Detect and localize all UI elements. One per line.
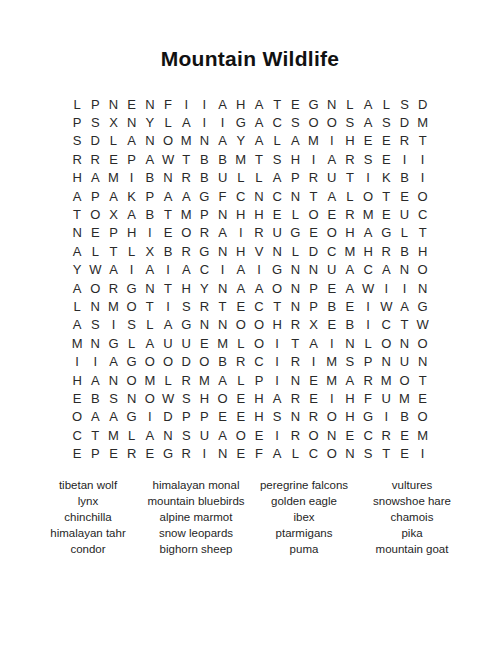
grid-cell-r18c4: G [123,408,141,426]
grid-cell-r5c1: H [68,169,86,187]
grid-cell-r19c19: E [395,426,413,444]
grid-cell-r13c5: L [141,316,159,334]
grid-cell-r19c5: A [141,426,159,444]
grid-cell-r14c14: A [304,334,322,352]
grid-cell-r19c1: C [68,426,86,444]
grid-cell-r7c17: M [359,205,377,223]
grid-cell-r7c16: R [341,205,359,223]
grid-cell-r11c13: N [286,279,304,297]
grid-cell-r9c6: B [159,242,177,260]
grid-cell-r1c20: D [414,95,432,113]
grid-cell-r16c3: N [104,371,122,389]
grid-cell-r2c14: O [304,113,322,131]
grid-cell-r1c13: E [286,95,304,113]
grid-cell-r5c12: A [268,169,286,187]
grid-cell-r15c4: G [123,352,141,370]
word-list-item: mountain bluebirds [142,493,250,509]
grid-cell-r10c17: C [359,261,377,279]
grid-cell-r17c6: W [159,389,177,407]
grid-cell-r19c6: N [159,426,177,444]
grid-cell-r13c15: E [323,316,341,334]
grid-cell-r12c2: N [86,297,104,315]
grid-cell-r9c3: T [104,242,122,260]
grid-cell-r6c20: O [414,187,432,205]
grid-cell-r17c14: E [304,389,322,407]
grid-cell-r2c3: X [104,113,122,131]
grid-cell-r6c5: P [141,187,159,205]
grid-cell-r18c20: O [414,408,432,426]
grid-cell-r17c3: S [104,389,122,407]
grid-cell-r1c7: I [177,95,195,113]
grid-cell-r3c6: O [159,132,177,150]
grid-cell-r5c6: N [159,169,177,187]
grid-cell-r19c15: N [323,426,341,444]
grid-cell-r17c13: R [286,389,304,407]
grid-cell-r16c20: T [414,371,432,389]
grid-cell-r4c2: R [86,150,104,168]
grid-cell-r13c9: N [214,316,232,334]
grid-cell-r12c13: N [286,297,304,315]
grid-cell-r3c16: H [341,132,359,150]
grid-cell-r17c4: N [123,389,141,407]
grid-cell-r20c7: R [177,444,195,462]
grid-cell-r20c17: S [359,444,377,462]
grid-cell-r2c5: Y [141,113,159,131]
grid-cell-r1c3: N [104,95,122,113]
grid-cell-r8c6: E [159,224,177,242]
grid-cell-r3c19: R [395,132,413,150]
grid-cell-r10c3: A [104,261,122,279]
grid-cell-r12c4: O [123,297,141,315]
grid-cell-r7c15: E [323,205,341,223]
grid-cell-r1c17: A [359,95,377,113]
grid-cell-r19c10: O [232,426,250,444]
grid-cell-r2c2: S [86,113,104,131]
grid-cell-r3c17: E [359,132,377,150]
grid-cell-r12c7: S [177,297,195,315]
grid-cell-r18c3: A [104,408,122,426]
grid-cell-r17c7: S [177,389,195,407]
grid-cell-r16c10: L [232,371,250,389]
grid-cell-r10c10: A [232,261,250,279]
word-list-item: himalayan monal [142,477,250,493]
grid-cell-r20c18: T [377,444,395,462]
grid-cell-r12c8: R [195,297,213,315]
word-list-item: lynx [34,493,142,509]
grid-cell-r20c5: E [141,444,159,462]
grid-cell-r8c3: P [104,224,122,242]
grid-cell-r19c20: M [414,426,432,444]
grid-cell-r1c10: H [232,95,250,113]
grid-cell-r19c13: R [286,426,304,444]
grid-cell-r18c19: B [395,408,413,426]
grid-cell-r17c18: U [377,389,395,407]
grid-cell-r10c6: I [159,261,177,279]
word-list-item: condor [34,541,142,557]
grid-cell-r15c5: O [141,352,159,370]
grid-cell-r11c3: R [104,279,122,297]
grid-cell-r19c16: E [341,426,359,444]
word-list-item: pika [358,525,466,541]
grid-cell-r4c14: I [304,150,322,168]
grid-cell-r14c20: O [414,334,432,352]
grid-cell-r12c1: L [68,297,86,315]
grid-cell-r2c4: N [123,113,141,131]
grid-cell-r18c12: S [268,408,286,426]
grid-cell-r3c18: E [377,132,395,150]
grid-cell-r2c7: A [177,113,195,131]
grid-cell-r12c10: E [232,297,250,315]
grid-cell-r20c8: I [195,444,213,462]
grid-cell-r12c12: T [268,297,286,315]
grid-cell-r3c1: S [68,132,86,150]
grid-cell-r16c19: O [395,371,413,389]
grid-cell-r5c14: R [304,169,322,187]
grid-cell-r12c18: W [377,297,395,315]
grid-cell-r15c12: I [268,352,286,370]
grid-cell-r14c15: I [323,334,341,352]
grid-cell-r20c10: E [232,444,250,462]
grid-cell-r18c2: A [86,408,104,426]
grid-cell-r17c8: H [195,389,213,407]
grid-cell-r11c19: I [395,279,413,297]
grid-cell-r4c10: M [232,150,250,168]
grid-cell-r13c18: C [377,316,395,334]
grid-cell-r19c8: U [195,426,213,444]
grid-cell-r6c12: C [268,187,286,205]
grid-cell-r9c9: N [214,242,232,260]
grid-cell-r5c15: U [323,169,341,187]
word-list: tibetan wolflynxchinchillahimalayan tahr… [34,477,466,557]
grid-cell-r18c16: H [341,408,359,426]
grid-cell-r13c8: N [195,316,213,334]
grid-cell-r13c20: W [414,316,432,334]
grid-cell-r7c2: O [86,205,104,223]
grid-cell-r5c10: L [232,169,250,187]
grid-cell-r10c19: N [395,261,413,279]
grid-cell-r10c1: Y [68,261,86,279]
grid-cell-r14c13: T [286,334,304,352]
grid-cell-r18c5: I [141,408,159,426]
grid-cell-r1c1: L [68,95,86,113]
grid-cell-r19c2: T [86,426,104,444]
grid-cell-r2c6: L [159,113,177,131]
grid-cell-r6c9: F [214,187,232,205]
grid-cell-r14c2: N [86,334,104,352]
grid-cell-r12c19: A [395,297,413,315]
grid-cell-r2c9: I [214,113,232,131]
word-list-column-3: peregrine falconsgolden eagleibexptarmig… [250,477,358,557]
grid-cell-r5c4: I [123,169,141,187]
word-list-item: mountain goat [358,541,466,557]
grid-cell-r15c20: N [414,352,432,370]
grid-cell-r1c8: I [195,95,213,113]
grid-cell-r8c13: G [286,224,304,242]
grid-cell-r13c19: T [395,316,413,334]
grid-cell-r7c7: M [177,205,195,223]
grid-cell-r16c2: A [86,371,104,389]
grid-cell-r20c14: C [304,444,322,462]
grid-cell-r10c7: A [177,261,195,279]
grid-cell-r1c18: L [377,95,395,113]
grid-cell-r6c8: G [195,187,213,205]
grid-cell-r17c2: B [86,389,104,407]
grid-cell-r20c9: N [214,444,232,462]
grid-cell-r2c12: C [268,113,286,131]
grid-cell-r13c7: G [177,316,195,334]
puzzle-title: Mountain Wildlife [0,0,500,70]
grid-cell-r11c14: P [304,279,322,297]
grid-cell-r15c1: I [68,352,86,370]
grid-cell-r12c6: I [159,297,177,315]
grid-cell-r1c14: G [304,95,322,113]
grid-cell-r10c8: C [195,261,213,279]
grid-cell-r18c14: R [304,408,322,426]
grid-cell-r8c2: E [86,224,104,242]
grid-cell-r2c18: S [377,113,395,131]
grid-cell-r16c14: E [304,371,322,389]
grid-cell-r17c20: E [414,389,432,407]
grid-cell-r11c11: A [250,279,268,297]
grid-cell-r4c11: T [250,150,268,168]
grid-cell-r8c7: O [177,224,195,242]
grid-cell-r19c18: R [377,426,395,444]
grid-cell-r4c17: S [359,150,377,168]
word-list-item: golden eagle [250,493,358,509]
grid-cell-r17c12: A [268,389,286,407]
grid-cell-r3c4: A [123,132,141,150]
grid-cell-r7c9: N [214,205,232,223]
grid-cell-r5c19: B [395,169,413,187]
grid-cell-r8c17: A [359,224,377,242]
grid-cell-r9c17: H [359,242,377,260]
grid-cell-r15c13: R [286,352,304,370]
word-search-grid: LPNENFIIAHATEGNLALSDPSXNYLAIIGACSOOSASDM… [68,95,432,463]
grid-cell-r20c4: R [123,444,141,462]
grid-cell-r7c8: P [195,205,213,223]
grid-cell-r14c10: L [232,334,250,352]
grid-cell-r1c5: N [141,95,159,113]
grid-cell-r17c19: M [395,389,413,407]
grid-cell-r15c16: S [341,352,359,370]
word-list-item: peregrine falcons [250,477,358,493]
grid-cell-r11c8: Y [195,279,213,297]
grid-cell-r8c4: H [123,224,141,242]
grid-cell-r16c1: H [68,371,86,389]
grid-cell-r20c20: I [414,444,432,462]
grid-cell-r14c4: L [123,334,141,352]
grid-cell-r8c14: E [304,224,322,242]
grid-cell-r1c4: E [123,95,141,113]
grid-cell-r3c7: M [177,132,195,150]
grid-cell-r8c11: R [250,224,268,242]
grid-cell-r11c16: A [341,279,359,297]
grid-cell-r11c2: O [86,279,104,297]
grid-cell-r11c12: O [268,279,286,297]
grid-cell-r15c10: R [232,352,250,370]
grid-cell-r5c16: T [341,169,359,187]
grid-cell-r7c6: T [159,205,177,223]
grid-cell-r14c8: E [195,334,213,352]
grid-cell-r4c1: R [68,150,86,168]
grid-cell-r2c16: S [341,113,359,131]
grid-cell-r14c7: U [177,334,195,352]
grid-cell-r3c9: A [214,132,232,150]
grid-cell-r8c9: A [214,224,232,242]
grid-cell-r5c7: R [177,169,195,187]
grid-cell-r8c10: I [232,224,250,242]
grid-cell-r11c4: G [123,279,141,297]
grid-cell-r4c18: E [377,150,395,168]
grid-cell-r9c10: H [232,242,250,260]
grid-cell-r7c19: U [395,205,413,223]
grid-cell-r7c20: C [414,205,432,223]
grid-cell-r20c3: E [104,444,122,462]
grid-cell-r11c15: E [323,279,341,297]
grid-cell-r7c18: E [377,205,395,223]
grid-cell-r6c1: A [68,187,86,205]
grid-cell-r7c10: H [232,205,250,223]
grid-cell-r12c9: T [214,297,232,315]
grid-cell-r15c9: B [214,352,232,370]
grid-cell-r12c14: P [304,297,322,315]
grid-cell-r16c8: M [195,371,213,389]
grid-cell-r5c17: I [359,169,377,187]
grid-cell-r13c10: O [232,316,250,334]
grid-cell-r2c15: O [323,113,341,131]
grid-cell-r10c2: W [86,261,104,279]
grid-cell-r6c17: O [359,187,377,205]
word-list-item: snowshoe hare [358,493,466,509]
grid-cell-r13c17: I [359,316,377,334]
grid-cell-r2c20: M [414,113,432,131]
grid-cell-r12c20: G [414,297,432,315]
grid-cell-r4c5: A [141,150,159,168]
grid-cell-r11c20: N [414,279,432,297]
grid-cell-r4c4: P [123,150,141,168]
grid-cell-r17c17: F [359,389,377,407]
grid-cell-r13c14: X [304,316,322,334]
grid-cell-r5c18: K [377,169,395,187]
grid-cell-r4c8: B [195,150,213,168]
grid-cell-r2c17: A [359,113,377,131]
grid-cell-r2c11: A [250,113,268,131]
grid-cell-r5c5: B [141,169,159,187]
grid-cell-r16c15: M [323,371,341,389]
grid-cell-r11c7: H [177,279,195,297]
grid-cell-r3c13: A [286,132,304,150]
grid-cell-r18c18: I [377,408,395,426]
grid-cell-r7c11: H [250,205,268,223]
grid-cell-r9c13: L [286,242,304,260]
grid-cell-r6c2: P [86,187,104,205]
grid-cell-r15c18: N [377,352,395,370]
grid-cell-r18c9: E [214,408,232,426]
grid-cell-r8c20: T [414,224,432,242]
grid-cell-r7c14: O [304,205,322,223]
grid-cell-r16c17: R [359,371,377,389]
grid-cell-r9c15: C [323,242,341,260]
grid-cell-r3c3: L [104,132,122,150]
grid-cell-r1c2: P [86,95,104,113]
grid-cell-r6c7: A [177,187,195,205]
word-list-item: himalayan tahr [34,525,142,541]
grid-cell-r15c2: I [86,352,104,370]
grid-cell-r13c1: A [68,316,86,334]
grid-cell-r9c11: V [250,242,268,260]
grid-cell-r20c13: L [286,444,304,462]
grid-cell-r17c11: H [250,389,268,407]
grid-cell-r9c4: L [123,242,141,260]
grid-cell-r15c15: M [323,352,341,370]
grid-cell-r10c14: N [304,261,322,279]
grid-cell-r7c1: T [68,205,86,223]
grid-cell-r6c15: A [323,187,341,205]
grid-cell-r10c18: A [377,261,395,279]
grid-cell-r13c6: A [159,316,177,334]
grid-cell-r2c1: P [68,113,86,131]
grid-cell-r8c5: I [141,224,159,242]
grid-cell-r20c6: G [159,444,177,462]
grid-cell-r6c6: A [159,187,177,205]
grid-cell-r6c16: L [341,187,359,205]
grid-cell-r19c12: I [268,426,286,444]
grid-cell-r10c13: N [286,261,304,279]
grid-cell-r11c5: N [141,279,159,297]
grid-cell-r3c12: L [268,132,286,150]
grid-cell-r14c3: G [104,334,122,352]
grid-cell-r16c12: I [268,371,286,389]
grid-cell-r19c4: L [123,426,141,444]
grid-cell-r8c19: L [395,224,413,242]
grid-cell-r6c14: T [304,187,322,205]
grid-cell-r14c19: N [395,334,413,352]
grid-cell-r14c12: I [268,334,286,352]
grid-cell-r11c1: A [68,279,86,297]
grid-cell-r1c6: F [159,95,177,113]
grid-cell-r18c11: H [250,408,268,426]
grid-cell-r3c2: D [86,132,104,150]
grid-cell-r20c19: E [395,444,413,462]
grid-cell-r4c20: I [414,150,432,168]
grid-cell-r3c8: N [195,132,213,150]
grid-cell-r19c11: E [250,426,268,444]
grid-cell-r20c2: P [86,444,104,462]
grid-cell-r5c20: I [414,169,432,187]
grid-cell-r11c10: A [232,279,250,297]
grid-cell-r9c2: L [86,242,104,260]
grid-cell-r11c18: I [377,279,395,297]
grid-cell-r15c7: D [177,352,195,370]
grid-cell-r12c16: E [341,297,359,315]
grid-cell-r16c11: P [250,371,268,389]
grid-cell-r2c10: G [232,113,250,131]
grid-cell-r4c19: I [395,150,413,168]
word-list-column-1: tibetan wolflynxchinchillahimalayan tahr… [34,477,142,557]
grid-cell-r10c11: I [250,261,268,279]
grid-cell-r1c9: A [214,95,232,113]
grid-cell-r15c3: A [104,352,122,370]
grid-cell-r20c11: F [250,444,268,462]
grid-cell-r2c8: I [195,113,213,131]
grid-cell-r15c6: O [159,352,177,370]
grid-cell-r13c11: O [250,316,268,334]
word-list-item: ptarmigans [250,525,358,541]
grid-cell-r10c12: G [268,261,286,279]
grid-cell-r1c15: N [323,95,341,113]
grid-cell-r15c14: I [304,352,322,370]
grid-cell-r14c1: M [68,334,86,352]
